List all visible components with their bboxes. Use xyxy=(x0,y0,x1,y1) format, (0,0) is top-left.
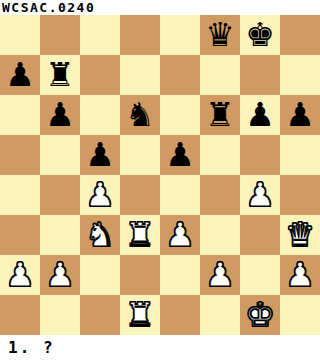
square-f3[interactable] xyxy=(200,215,240,255)
square-f2[interactable]: ♟ xyxy=(200,255,240,295)
piece-black-pawn[interactable]: ♟ xyxy=(245,95,275,135)
piece-white-knight[interactable]: ♞ xyxy=(85,215,115,255)
piece-black-pawn[interactable]: ♟ xyxy=(165,135,195,175)
piece-white-pawn[interactable]: ♟ xyxy=(245,175,275,215)
square-c4[interactable]: ♟ xyxy=(80,175,120,215)
square-c2[interactable] xyxy=(80,255,120,295)
square-c7[interactable] xyxy=(80,55,120,95)
square-h5[interactable] xyxy=(280,135,320,175)
piece-white-pawn[interactable]: ♟ xyxy=(45,255,75,295)
square-a1[interactable] xyxy=(0,295,40,335)
square-f5[interactable] xyxy=(200,135,240,175)
square-a5[interactable] xyxy=(0,135,40,175)
piece-black-knight[interactable]: ♞ xyxy=(125,95,155,135)
square-c5[interactable]: ♟ xyxy=(80,135,120,175)
square-d6[interactable]: ♞ xyxy=(120,95,160,135)
square-a8[interactable] xyxy=(0,15,40,55)
square-b7[interactable]: ♜ xyxy=(40,55,80,95)
square-g3[interactable] xyxy=(240,215,280,255)
piece-black-queen[interactable]: ♛ xyxy=(205,15,235,55)
piece-white-pawn[interactable]: ♟ xyxy=(205,255,235,295)
square-f4[interactable] xyxy=(200,175,240,215)
square-b8[interactable] xyxy=(40,15,80,55)
square-c6[interactable] xyxy=(80,95,120,135)
piece-black-pawn[interactable]: ♟ xyxy=(45,95,75,135)
square-a6[interactable] xyxy=(0,95,40,135)
square-b3[interactable] xyxy=(40,215,80,255)
square-h1[interactable] xyxy=(280,295,320,335)
square-e3[interactable]: ♟ xyxy=(160,215,200,255)
piece-black-pawn[interactable]: ♟ xyxy=(5,55,35,95)
square-b4[interactable] xyxy=(40,175,80,215)
move-prompt-bar: 1. ? xyxy=(0,335,320,360)
square-c3[interactable]: ♞ xyxy=(80,215,120,255)
piece-black-rook[interactable]: ♜ xyxy=(45,55,75,95)
square-h7[interactable] xyxy=(280,55,320,95)
square-e6[interactable] xyxy=(160,95,200,135)
piece-white-rook[interactable]: ♜ xyxy=(125,295,155,335)
square-g8[interactable]: ♚ xyxy=(240,15,280,55)
square-f1[interactable] xyxy=(200,295,240,335)
square-e5[interactable]: ♟ xyxy=(160,135,200,175)
square-d3[interactable]: ♜ xyxy=(120,215,160,255)
piece-black-rook[interactable]: ♜ xyxy=(205,95,235,135)
square-d2[interactable] xyxy=(120,255,160,295)
square-b5[interactable] xyxy=(40,135,80,175)
square-c1[interactable] xyxy=(80,295,120,335)
square-a3[interactable] xyxy=(0,215,40,255)
piece-white-pawn[interactable]: ♟ xyxy=(165,215,195,255)
square-g1[interactable]: ♚ xyxy=(240,295,280,335)
square-e1[interactable] xyxy=(160,295,200,335)
move-prompt: 1. ? xyxy=(0,338,55,357)
square-d4[interactable] xyxy=(120,175,160,215)
square-h4[interactable] xyxy=(280,175,320,215)
square-h2[interactable]: ♟ xyxy=(280,255,320,295)
square-a7[interactable]: ♟ xyxy=(0,55,40,95)
square-h6[interactable]: ♟ xyxy=(280,95,320,135)
square-g5[interactable] xyxy=(240,135,280,175)
piece-white-pawn[interactable]: ♟ xyxy=(85,175,115,215)
square-b1[interactable] xyxy=(40,295,80,335)
square-g4[interactable]: ♟ xyxy=(240,175,280,215)
title-bar: WCSAC.0240 xyxy=(0,0,320,15)
piece-white-queen[interactable]: ♛ xyxy=(285,215,315,255)
piece-black-king[interactable]: ♚ xyxy=(245,15,275,55)
puzzle-id: WCSAC.0240 xyxy=(0,0,95,15)
piece-white-pawn[interactable]: ♟ xyxy=(5,255,35,295)
square-a2[interactable]: ♟ xyxy=(0,255,40,295)
piece-black-pawn[interactable]: ♟ xyxy=(285,95,315,135)
piece-white-pawn[interactable]: ♟ xyxy=(285,255,315,295)
square-d1[interactable]: ♜ xyxy=(120,295,160,335)
square-g2[interactable] xyxy=(240,255,280,295)
piece-white-rook[interactable]: ♜ xyxy=(125,215,155,255)
square-e8[interactable] xyxy=(160,15,200,55)
square-g7[interactable] xyxy=(240,55,280,95)
square-b6[interactable]: ♟ xyxy=(40,95,80,135)
piece-black-pawn[interactable]: ♟ xyxy=(85,135,115,175)
square-f6[interactable]: ♜ xyxy=(200,95,240,135)
square-e7[interactable] xyxy=(160,55,200,95)
piece-white-king[interactable]: ♚ xyxy=(245,295,275,335)
square-b2[interactable]: ♟ xyxy=(40,255,80,295)
square-g6[interactable]: ♟ xyxy=(240,95,280,135)
square-d7[interactable] xyxy=(120,55,160,95)
square-d8[interactable] xyxy=(120,15,160,55)
chess-board: ♛♚♟♜♟♞♜♟♟♟♟♟♟♞♜♟♛♟♟♟♟♜♚ xyxy=(0,15,320,335)
square-h3[interactable]: ♛ xyxy=(280,215,320,255)
square-e2[interactable] xyxy=(160,255,200,295)
square-f7[interactable] xyxy=(200,55,240,95)
square-f8[interactable]: ♛ xyxy=(200,15,240,55)
square-c8[interactable] xyxy=(80,15,120,55)
square-d5[interactable] xyxy=(120,135,160,175)
square-h8[interactable] xyxy=(280,15,320,55)
square-a4[interactable] xyxy=(0,175,40,215)
square-e4[interactable] xyxy=(160,175,200,215)
